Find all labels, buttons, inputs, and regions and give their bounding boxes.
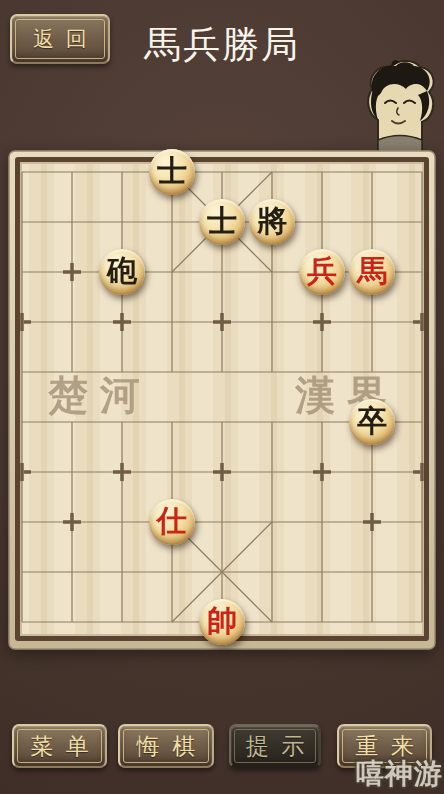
undo-button-label: 悔棋	[137, 731, 208, 762]
watermark: 嘻神游	[356, 755, 443, 793]
piece-glyph: 帥	[207, 598, 237, 644]
red-horse[interactable]: 馬	[349, 249, 395, 295]
red-soldier[interactable]: 兵	[299, 249, 345, 295]
piece-glyph: 士	[157, 148, 187, 194]
black-soldier[interactable]: 卒	[349, 399, 395, 445]
red-general[interactable]: 帥	[199, 599, 245, 645]
piece-glyph: 卒	[357, 398, 387, 444]
piece-glyph: 仕	[157, 498, 187, 544]
menu-button[interactable]: 菜单	[12, 724, 107, 768]
piece-glyph: 將	[257, 198, 287, 244]
black-advisor-2[interactable]: 士	[199, 199, 245, 245]
xiangqi-board: 楚河 漢界 士士將砲兵馬卒仕帥	[8, 150, 436, 650]
piece-layer: 士士將砲兵馬卒仕帥	[8, 150, 436, 650]
piece-glyph: 兵	[307, 248, 337, 294]
menu-button-label: 菜单	[30, 731, 101, 762]
app-screen: 返回 馬兵勝局	[0, 0, 444, 794]
child-illustration	[348, 58, 444, 158]
hint-button-label: 提示	[246, 731, 317, 762]
hint-button[interactable]: 提示	[229, 724, 321, 768]
black-general[interactable]: 將	[249, 199, 295, 245]
piece-glyph: 馬	[357, 248, 387, 294]
piece-glyph: 士	[207, 198, 237, 244]
piece-glyph: 砲	[107, 248, 137, 294]
black-advisor-1[interactable]: 士	[149, 149, 195, 195]
black-cannon[interactable]: 砲	[99, 249, 145, 295]
red-advisor[interactable]: 仕	[149, 499, 195, 545]
undo-button[interactable]: 悔棋	[118, 724, 214, 768]
